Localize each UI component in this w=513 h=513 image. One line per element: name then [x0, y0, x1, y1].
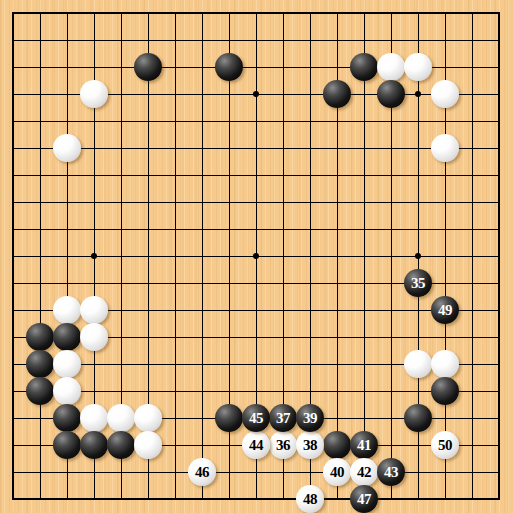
- white-stone: [107, 404, 135, 432]
- board-gridline-vertical: [364, 12, 365, 500]
- black-stone-37: 37: [269, 404, 297, 432]
- white-stone-42: 42: [350, 458, 378, 486]
- move-number-label: 36: [276, 438, 290, 453]
- black-stone: [215, 404, 243, 432]
- white-stone: [80, 323, 108, 351]
- black-stone: [350, 53, 378, 81]
- move-number-label: 49: [438, 303, 452, 318]
- black-stone: [26, 377, 54, 405]
- star-point: [253, 253, 259, 259]
- black-stone: [26, 350, 54, 378]
- black-stone: [53, 431, 81, 459]
- white-stone: [404, 350, 432, 378]
- white-stone-38: 38: [296, 431, 324, 459]
- move-number-label: 38: [303, 438, 317, 453]
- white-stone: [431, 350, 459, 378]
- move-number-label: 40: [330, 465, 344, 480]
- black-stone-47: 47: [350, 485, 378, 513]
- black-stone-43: 43: [377, 458, 405, 486]
- black-stone: [80, 431, 108, 459]
- board-gridline-vertical: [498, 12, 500, 500]
- move-number-label: 47: [357, 492, 371, 507]
- black-stone: [53, 404, 81, 432]
- move-number-label: 45: [249, 411, 263, 426]
- move-number-label: 42: [357, 465, 371, 480]
- black-stone: [323, 80, 351, 108]
- white-stone: [53, 377, 81, 405]
- white-stone: [53, 134, 81, 162]
- move-number-label: 37: [276, 411, 290, 426]
- white-stone: [53, 296, 81, 324]
- board-gridline-horizontal: [12, 391, 500, 392]
- go-board[interactable]: 35363738394041424344454647484950: [0, 0, 513, 513]
- move-number-label: 46: [195, 465, 209, 480]
- move-number-label: 44: [249, 438, 263, 453]
- white-stone: [134, 404, 162, 432]
- black-stone-45: 45: [242, 404, 270, 432]
- white-stone-46: 46: [188, 458, 216, 486]
- white-stone: [431, 134, 459, 162]
- star-point: [91, 253, 97, 259]
- white-stone: [53, 350, 81, 378]
- white-stone: [80, 80, 108, 108]
- black-stone-39: 39: [296, 404, 324, 432]
- black-stone: [215, 53, 243, 81]
- board-gridline-vertical: [472, 12, 473, 500]
- white-stone: [377, 53, 405, 81]
- black-stone: [404, 404, 432, 432]
- board-gridline-horizontal: [12, 498, 500, 500]
- move-number-label: 39: [303, 411, 317, 426]
- white-stone-50: 50: [431, 431, 459, 459]
- black-stone: [53, 323, 81, 351]
- star-point: [415, 253, 421, 259]
- white-stone-36: 36: [269, 431, 297, 459]
- black-stone: [134, 53, 162, 81]
- black-stone-35: 35: [404, 269, 432, 297]
- black-stone: [431, 377, 459, 405]
- black-stone-41: 41: [350, 431, 378, 459]
- star-point: [415, 91, 421, 97]
- black-stone: [107, 431, 135, 459]
- black-stone: [26, 323, 54, 351]
- move-number-label: 35: [411, 276, 425, 291]
- white-stone: [80, 404, 108, 432]
- white-stone-40: 40: [323, 458, 351, 486]
- board-gridline-horizontal: [12, 472, 500, 473]
- black-stone-49: 49: [431, 296, 459, 324]
- black-stone: [377, 80, 405, 108]
- move-number-label: 50: [438, 438, 452, 453]
- black-stone: [323, 431, 351, 459]
- white-stone: [134, 431, 162, 459]
- move-number-label: 41: [357, 438, 371, 453]
- white-stone-44: 44: [242, 431, 270, 459]
- move-number-label: 43: [384, 465, 398, 480]
- white-stone: [431, 80, 459, 108]
- white-stone: [404, 53, 432, 81]
- move-number-label: 48: [303, 492, 317, 507]
- star-point: [253, 91, 259, 97]
- white-stone-48: 48: [296, 485, 324, 513]
- white-stone: [80, 296, 108, 324]
